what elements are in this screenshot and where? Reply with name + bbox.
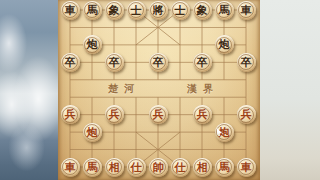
background-mountain-photo — [0, 0, 59, 180]
xiangqi-game-screen: 楚河 漢界 車馬象士將士象馬車炮炮卒卒卒卒卒兵兵兵兵兵炮炮車馬相仕帥仕相馬車 — [0, 0, 320, 180]
piece-character: 炮 — [87, 122, 98, 141]
piece-character: 卒 — [197, 52, 208, 71]
piece-black-chariot[interactable]: 車 — [61, 1, 80, 20]
piece-black-general[interactable]: 將 — [149, 1, 168, 20]
piece-red-advisor[interactable]: 仕 — [127, 158, 146, 177]
piece-character: 兵 — [153, 105, 164, 124]
piece-red-horse[interactable]: 馬 — [215, 158, 234, 177]
piece-character: 車 — [241, 0, 252, 19]
piece-character: 士 — [175, 0, 186, 19]
piece-character: 卒 — [109, 52, 120, 71]
piece-character: 卒 — [153, 52, 164, 71]
piece-character: 兵 — [197, 105, 208, 124]
piece-character: 相 — [109, 157, 120, 176]
piece-red-soldier[interactable]: 兵 — [149, 105, 168, 124]
piece-character: 相 — [197, 157, 208, 176]
piece-black-soldier[interactable]: 卒 — [61, 53, 80, 72]
piece-red-soldier[interactable]: 兵 — [237, 105, 256, 124]
piece-black-soldier[interactable]: 卒 — [149, 53, 168, 72]
piece-character: 仕 — [131, 157, 142, 176]
piece-character: 車 — [65, 0, 76, 19]
piece-character: 車 — [241, 157, 252, 176]
piece-red-advisor[interactable]: 仕 — [171, 158, 190, 177]
piece-character: 兵 — [65, 105, 76, 124]
piece-black-horse[interactable]: 馬 — [83, 1, 102, 20]
piece-black-cannon[interactable]: 炮 — [83, 35, 102, 54]
piece-character: 兵 — [241, 105, 252, 124]
piece-character: 馬 — [219, 157, 230, 176]
piece-character: 帥 — [153, 157, 164, 176]
piece-red-horse[interactable]: 馬 — [83, 158, 102, 177]
piece-character: 車 — [65, 157, 76, 176]
pieces-layer: 車馬象士將士象馬車炮炮卒卒卒卒卒兵兵兵兵兵炮炮車馬相仕帥仕相馬車 — [58, 0, 260, 180]
piece-black-soldier[interactable]: 卒 — [237, 53, 256, 72]
piece-red-soldier[interactable]: 兵 — [61, 105, 80, 124]
piece-black-soldier[interactable]: 卒 — [193, 53, 212, 72]
piece-character: 馬 — [219, 0, 230, 19]
piece-red-soldier[interactable]: 兵 — [105, 105, 124, 124]
piece-character: 炮 — [219, 35, 230, 54]
piece-black-advisor[interactable]: 士 — [171, 1, 190, 20]
piece-black-elephant[interactable]: 象 — [105, 1, 124, 20]
xiangqi-board[interactable]: 楚河 漢界 車馬象士將士象馬車炮炮卒卒卒卒卒兵兵兵兵兵炮炮車馬相仕帥仕相馬車 — [58, 0, 260, 180]
piece-character: 將 — [153, 0, 164, 19]
piece-black-advisor[interactable]: 士 — [127, 1, 146, 20]
piece-red-general[interactable]: 帥 — [149, 158, 168, 177]
piece-character: 象 — [197, 0, 208, 19]
piece-black-soldier[interactable]: 卒 — [105, 53, 124, 72]
piece-red-chariot[interactable]: 車 — [61, 158, 80, 177]
piece-red-soldier[interactable]: 兵 — [193, 105, 212, 124]
piece-character: 卒 — [65, 52, 76, 71]
piece-red-elephant[interactable]: 相 — [193, 158, 212, 177]
piece-character: 兵 — [109, 105, 120, 124]
piece-character: 卒 — [241, 52, 252, 71]
piece-red-cannon[interactable]: 炮 — [83, 123, 102, 142]
piece-character: 象 — [109, 0, 120, 19]
piece-character: 仕 — [175, 157, 186, 176]
background-wall — [259, 0, 320, 180]
piece-character: 馬 — [87, 157, 98, 176]
piece-black-chariot[interactable]: 車 — [237, 1, 256, 20]
piece-black-elephant[interactable]: 象 — [193, 1, 212, 20]
piece-character: 炮 — [87, 35, 98, 54]
piece-black-horse[interactable]: 馬 — [215, 1, 234, 20]
piece-character: 士 — [131, 0, 142, 19]
piece-red-elephant[interactable]: 相 — [105, 158, 124, 177]
piece-character: 馬 — [87, 0, 98, 19]
piece-black-cannon[interactable]: 炮 — [215, 35, 234, 54]
piece-red-chariot[interactable]: 車 — [237, 158, 256, 177]
